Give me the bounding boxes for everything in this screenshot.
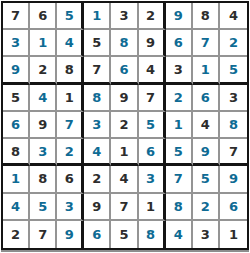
cell-r3c8[interactable]: 1 bbox=[193, 57, 220, 84]
cell-r5c7[interactable]: 1 bbox=[166, 112, 193, 139]
cell-r1c2[interactable]: 6 bbox=[30, 3, 57, 30]
cell-r6c1[interactable]: 8 bbox=[3, 139, 30, 166]
cell-r7c8[interactable]: 5 bbox=[193, 166, 220, 193]
cell-r1c8[interactable]: 8 bbox=[193, 3, 220, 30]
cell-r4c4[interactable]: 8 bbox=[84, 85, 111, 112]
cell-r1c7[interactable]: 9 bbox=[166, 3, 193, 30]
cell-r6c8[interactable]: 9 bbox=[193, 139, 220, 166]
page-background: 7651329843145896729287643155418972636973… bbox=[0, 0, 250, 253]
cell-r6c7[interactable]: 5 bbox=[166, 139, 193, 166]
cell-r5c9[interactable]: 8 bbox=[220, 112, 247, 139]
cell-r6c3[interactable]: 2 bbox=[57, 139, 84, 166]
cell-r6c9[interactable]: 7 bbox=[220, 139, 247, 166]
cell-r7c6[interactable]: 3 bbox=[139, 166, 166, 193]
cell-r9c8[interactable]: 3 bbox=[193, 221, 220, 248]
cell-r9c7[interactable]: 4 bbox=[166, 221, 193, 248]
cell-r3c5[interactable]: 6 bbox=[111, 57, 138, 84]
cell-r8c8[interactable]: 2 bbox=[193, 194, 220, 221]
cell-r8c9[interactable]: 6 bbox=[220, 194, 247, 221]
cell-r2c6[interactable]: 9 bbox=[139, 30, 166, 57]
cell-r5c2[interactable]: 9 bbox=[30, 112, 57, 139]
cell-r4c3[interactable]: 1 bbox=[57, 85, 84, 112]
cell-r2c5[interactable]: 8 bbox=[111, 30, 138, 57]
cell-r4c5[interactable]: 9 bbox=[111, 85, 138, 112]
cell-r9c4[interactable]: 6 bbox=[84, 221, 111, 248]
sudoku-board: 7651329843145896729287643155418972636973… bbox=[1, 1, 249, 250]
cell-r6c5[interactable]: 1 bbox=[111, 139, 138, 166]
cell-r3c6[interactable]: 4 bbox=[139, 57, 166, 84]
cell-r2c8[interactable]: 7 bbox=[193, 30, 220, 57]
cell-r8c5[interactable]: 7 bbox=[111, 194, 138, 221]
cell-r1c9[interactable]: 4 bbox=[220, 3, 247, 30]
cell-r7c1[interactable]: 1 bbox=[3, 166, 30, 193]
cell-r7c7[interactable]: 7 bbox=[166, 166, 193, 193]
cell-r3c2[interactable]: 2 bbox=[30, 57, 57, 84]
cell-r3c7[interactable]: 3 bbox=[166, 57, 193, 84]
cell-r3c3[interactable]: 8 bbox=[57, 57, 84, 84]
cell-r4c1[interactable]: 5 bbox=[3, 85, 30, 112]
cell-r7c9[interactable]: 9 bbox=[220, 166, 247, 193]
cell-r9c6[interactable]: 8 bbox=[139, 221, 166, 248]
cell-r4c7[interactable]: 2 bbox=[166, 85, 193, 112]
cell-r5c5[interactable]: 2 bbox=[111, 112, 138, 139]
cell-r2c2[interactable]: 1 bbox=[30, 30, 57, 57]
cell-r4c6[interactable]: 7 bbox=[139, 85, 166, 112]
cell-r6c4[interactable]: 4 bbox=[84, 139, 111, 166]
cell-r5c8[interactable]: 4 bbox=[193, 112, 220, 139]
cell-r2c3[interactable]: 4 bbox=[57, 30, 84, 57]
cell-r2c4[interactable]: 5 bbox=[84, 30, 111, 57]
cell-r2c9[interactable]: 2 bbox=[220, 30, 247, 57]
cell-r5c3[interactable]: 7 bbox=[57, 112, 84, 139]
cell-r1c3[interactable]: 5 bbox=[57, 3, 84, 30]
cell-r9c3[interactable]: 9 bbox=[57, 221, 84, 248]
cell-r4c9[interactable]: 3 bbox=[220, 85, 247, 112]
cell-r8c1[interactable]: 4 bbox=[3, 194, 30, 221]
cell-r1c6[interactable]: 2 bbox=[139, 3, 166, 30]
cell-r2c7[interactable]: 6 bbox=[166, 30, 193, 57]
cell-r5c6[interactable]: 5 bbox=[139, 112, 166, 139]
cell-r6c2[interactable]: 3 bbox=[30, 139, 57, 166]
cell-r4c8[interactable]: 6 bbox=[193, 85, 220, 112]
cell-r8c4[interactable]: 9 bbox=[84, 194, 111, 221]
cell-r9c1[interactable]: 2 bbox=[3, 221, 30, 248]
cell-r1c5[interactable]: 3 bbox=[111, 3, 138, 30]
cell-r7c3[interactable]: 6 bbox=[57, 166, 84, 193]
cell-r8c2[interactable]: 5 bbox=[30, 194, 57, 221]
cell-r5c1[interactable]: 6 bbox=[3, 112, 30, 139]
cell-r1c4[interactable]: 1 bbox=[84, 3, 111, 30]
cell-r5c4[interactable]: 3 bbox=[84, 112, 111, 139]
cell-r9c9[interactable]: 1 bbox=[220, 221, 247, 248]
cell-r4c2[interactable]: 4 bbox=[30, 85, 57, 112]
cell-r6c6[interactable]: 6 bbox=[139, 139, 166, 166]
cell-r8c3[interactable]: 3 bbox=[57, 194, 84, 221]
cell-r7c4[interactable]: 2 bbox=[84, 166, 111, 193]
cell-r7c5[interactable]: 4 bbox=[111, 166, 138, 193]
cell-r2c1[interactable]: 3 bbox=[3, 30, 30, 57]
cell-r8c7[interactable]: 8 bbox=[166, 194, 193, 221]
cell-r9c2[interactable]: 7 bbox=[30, 221, 57, 248]
cell-r3c9[interactable]: 5 bbox=[220, 57, 247, 84]
cell-r9c5[interactable]: 5 bbox=[111, 221, 138, 248]
cell-r8c6[interactable]: 1 bbox=[139, 194, 166, 221]
cell-r1c1[interactable]: 7 bbox=[3, 3, 30, 30]
cell-r3c1[interactable]: 9 bbox=[3, 57, 30, 84]
cell-r7c2[interactable]: 8 bbox=[30, 166, 57, 193]
cell-r3c4[interactable]: 7 bbox=[84, 57, 111, 84]
